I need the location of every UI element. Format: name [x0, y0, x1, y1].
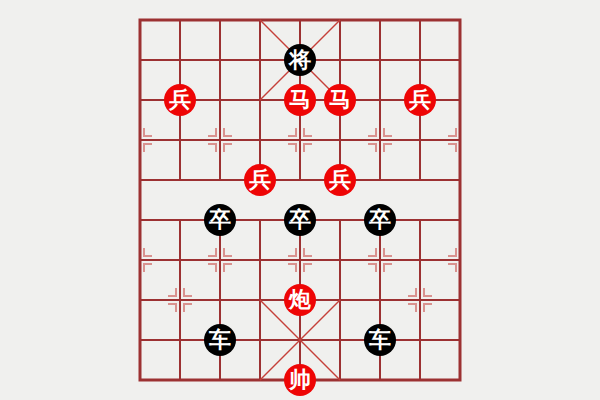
- xiangqi-board: 将兵马马兵兵兵卒卒卒炮车车帅: [0, 0, 600, 400]
- red-horse[interactable]: 马: [284, 84, 316, 116]
- red-cannon[interactable]: 炮: [284, 284, 316, 316]
- red-pawn[interactable]: 兵: [164, 84, 196, 116]
- red-general[interactable]: 帅: [284, 364, 316, 396]
- red-pawn[interactable]: 兵: [404, 84, 436, 116]
- black-general[interactable]: 将: [284, 44, 316, 76]
- red-pawn[interactable]: 兵: [324, 164, 356, 196]
- black-pawn[interactable]: 卒: [364, 204, 396, 236]
- black-chariot[interactable]: 车: [364, 324, 396, 356]
- black-chariot[interactable]: 车: [204, 324, 236, 356]
- black-pawn[interactable]: 卒: [284, 204, 316, 236]
- red-horse[interactable]: 马: [324, 84, 356, 116]
- pieces-layer: 将兵马马兵兵兵卒卒卒炮车车帅: [120, 0, 480, 400]
- black-pawn[interactable]: 卒: [204, 204, 236, 236]
- red-pawn[interactable]: 兵: [244, 164, 276, 196]
